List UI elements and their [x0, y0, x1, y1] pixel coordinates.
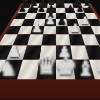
white-king-e1[interactable]: ♚: [55, 55, 77, 79]
black-pawn-h7[interactable]: ♟: [86, 4, 94, 13]
square-d4[interactable]: [43, 26, 56, 35]
square-g7[interactable]: ♟: [74, 8, 85, 13]
white-knight-b1[interactable]: ♞: [0, 58, 17, 79]
black-pawn-a7[interactable]: ♟: [18, 4, 26, 13]
chess-game-screenshot: ♜♞♝♛♚♞♜♟♟♟♟♟♟♟♝♟♟♟♟♟♟♟♟♟♜♞♛♚♝♞♜: [0, 0, 100, 100]
black-pawn-e5[interactable]: ♟: [57, 15, 66, 26]
black-king-e8[interactable]: ♚: [55, 0, 65, 8]
black-pawn-f7[interactable]: ♟: [66, 4, 74, 13]
square-d1[interactable]: ♛: [37, 60, 56, 79]
square-d3[interactable]: [42, 35, 56, 46]
square-e8[interactable]: ♚: [56, 3, 65, 7]
square-e1[interactable]: ♚: [56, 60, 75, 79]
square-a5[interactable]: [10, 19, 25, 26]
black-pawn-b7[interactable]: ♟: [28, 4, 36, 13]
chess-board[interactable]: ♜♞♝♛♚♞♜♟♟♟♟♟♟♟♝♟♟♟♟♟♟♟♟♟♜♞♛♚♝♞♜: [0, 3, 100, 79]
white-pawn-c4[interactable]: ♟: [31, 23, 42, 35]
square-f1[interactable]: ♝: [73, 60, 95, 79]
square-b1[interactable]: ♞: [0, 60, 23, 79]
white-pawn-g5[interactable]: ♟: [80, 15, 89, 26]
white-bishop-f1[interactable]: ♝: [76, 58, 95, 79]
black-pawn-c7[interactable]: ♟: [38, 4, 46, 13]
black-pawn-g7[interactable]: ♟: [76, 4, 84, 13]
square-e5[interactable]: ♟: [56, 19, 68, 26]
white-knight-g1[interactable]: ♞: [95, 58, 100, 79]
square-f7[interactable]: ♟: [65, 8, 75, 13]
square-f4[interactable]: ♟: [68, 26, 82, 35]
white-pawn-f4[interactable]: ♟: [70, 23, 81, 35]
white-pawn-d5[interactable]: ♟: [45, 15, 54, 26]
square-d5[interactable]: ♟: [44, 19, 56, 26]
board-frame: ♜♞♝♛♚♞♜♟♟♟♟♟♟♟♝♟♟♟♟♟♟♟♟♟♜♞♛♚♝♞♜: [0, 3, 100, 98]
